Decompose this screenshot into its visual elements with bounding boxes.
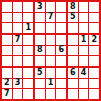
cell-r4c4-empty[interactable] [35, 35, 45, 45]
box-9: 64 [68, 68, 99, 99]
cell-r6c7-empty[interactable] [68, 56, 78, 66]
cell-r2c2-empty[interactable] [13, 13, 23, 23]
cell-r2c1-empty[interactable] [2, 13, 12, 23]
cell-r5c1-empty[interactable] [2, 46, 12, 56]
cell-r9c1-given: 7 [2, 89, 12, 99]
cell-r1c3-empty[interactable] [23, 2, 33, 12]
cell-r4c7-empty[interactable] [68, 35, 78, 45]
cell-r7c7-given: 6 [68, 68, 78, 78]
cell-r3c3-given: 1 [23, 23, 33, 33]
cell-r2c6-empty[interactable] [56, 13, 66, 23]
cell-r1c4-given: 3 [35, 2, 45, 12]
cell-r7c2-empty[interactable] [13, 68, 23, 78]
cell-r4c5-empty[interactable] [46, 35, 56, 45]
cell-r6c5-empty[interactable] [46, 56, 56, 66]
cell-r8c8-empty[interactable] [79, 79, 89, 89]
cell-r3c7-empty[interactable] [68, 23, 78, 33]
cell-r6c1-empty[interactable] [2, 56, 12, 66]
cell-r2c8-empty[interactable] [79, 13, 89, 23]
cell-r8c7-empty[interactable] [68, 79, 78, 89]
sudoku-board: 13785786122375164 [0, 0, 101, 101]
cell-r7c8-given: 4 [79, 68, 89, 78]
cell-r1c9-empty[interactable] [89, 2, 99, 12]
cell-r4c6-empty[interactable] [56, 35, 66, 45]
box-7: 237 [2, 68, 33, 99]
cell-r5c8-empty[interactable] [79, 46, 89, 56]
box-6: 12 [68, 35, 99, 66]
cell-r9c8-empty[interactable] [79, 89, 89, 99]
cell-r1c5-empty[interactable] [46, 2, 56, 12]
cell-r4c2-given: 7 [13, 35, 23, 45]
cell-r1c1-empty[interactable] [2, 2, 12, 12]
cell-r9c2-empty[interactable] [13, 89, 23, 99]
cell-r6c9-empty[interactable] [89, 56, 99, 66]
cell-r5c3-empty[interactable] [23, 46, 33, 56]
cell-r9c6-empty[interactable] [56, 89, 66, 99]
cell-r9c4-empty[interactable] [35, 89, 45, 99]
cell-r8c5-given: 1 [46, 79, 56, 89]
cell-r7c1-empty[interactable] [2, 68, 12, 78]
cell-r8c6-empty[interactable] [56, 79, 66, 89]
cell-r7c4-given: 5 [35, 68, 45, 78]
cell-r5c5-empty[interactable] [46, 46, 56, 56]
cell-r7c5-empty[interactable] [46, 68, 56, 78]
cell-r3c2-empty[interactable] [13, 23, 23, 33]
cell-r5c9-empty[interactable] [89, 46, 99, 56]
cell-r5c6-given: 6 [56, 46, 66, 56]
cell-r8c4-empty[interactable] [35, 79, 45, 89]
box-2: 37 [35, 2, 66, 33]
cell-r7c9-empty[interactable] [89, 68, 99, 78]
cell-r7c6-empty[interactable] [56, 68, 66, 78]
box-1: 1 [2, 2, 33, 33]
cell-r5c7-empty[interactable] [68, 46, 78, 56]
cell-r9c5-empty[interactable] [46, 89, 56, 99]
cell-r6c8-empty[interactable] [79, 56, 89, 66]
cell-r2c4-empty[interactable] [35, 13, 45, 23]
cell-r8c3-empty[interactable] [23, 79, 33, 89]
box-4: 7 [2, 35, 33, 66]
cell-r2c5-given: 7 [46, 13, 56, 23]
cell-r2c7-given: 5 [68, 13, 78, 23]
cell-r6c2-empty[interactable] [13, 56, 23, 66]
cell-r9c3-empty[interactable] [23, 89, 33, 99]
cell-r3c9-empty[interactable] [89, 23, 99, 33]
cell-r3c4-empty[interactable] [35, 23, 45, 33]
cell-r6c6-empty[interactable] [56, 56, 66, 66]
cell-r5c4-given: 8 [35, 46, 45, 56]
cell-r1c2-empty[interactable] [13, 2, 23, 12]
cell-r4c3-empty[interactable] [23, 35, 33, 45]
cell-r2c3-empty[interactable] [23, 13, 33, 23]
cell-r3c5-empty[interactable] [46, 23, 56, 33]
box-8: 51 [35, 68, 66, 99]
cell-r8c1-given: 2 [2, 79, 12, 89]
cell-r4c8-given: 1 [79, 35, 89, 45]
cell-r6c3-empty[interactable] [23, 56, 33, 66]
box-5: 86 [35, 35, 66, 66]
cell-r1c6-empty[interactable] [56, 2, 66, 12]
cell-r2c9-empty[interactable] [89, 13, 99, 23]
cell-r1c7-given: 8 [68, 2, 78, 12]
cell-r3c6-empty[interactable] [56, 23, 66, 33]
cell-r9c7-empty[interactable] [68, 89, 78, 99]
cell-r8c2-given: 3 [13, 79, 23, 89]
cell-r3c1-empty[interactable] [2, 23, 12, 33]
cell-r5c2-empty[interactable] [13, 46, 23, 56]
cell-r3c8-empty[interactable] [79, 23, 89, 33]
cell-r7c3-empty[interactable] [23, 68, 33, 78]
cell-r9c9-empty[interactable] [89, 89, 99, 99]
box-3: 85 [68, 2, 99, 33]
cell-r6c4-empty[interactable] [35, 56, 45, 66]
cell-r4c9-given: 2 [89, 35, 99, 45]
cell-r4c1-empty[interactable] [2, 35, 12, 45]
cell-r8c9-empty[interactable] [89, 79, 99, 89]
cell-r1c8-empty[interactable] [79, 2, 89, 12]
